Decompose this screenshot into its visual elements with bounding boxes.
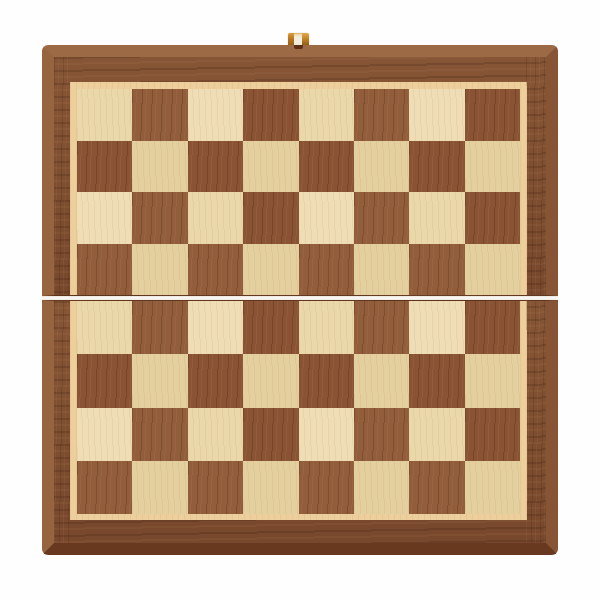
square-h4 — [465, 301, 520, 354]
square-f2 — [354, 408, 409, 461]
square-c5 — [188, 244, 243, 296]
square-a1 — [77, 461, 132, 514]
square-e7 — [299, 141, 354, 193]
latch-catch-notch — [294, 45, 303, 49]
product-photo — [0, 0, 600, 600]
square-e2 — [299, 408, 354, 461]
square-b8 — [132, 89, 187, 141]
square-b2 — [132, 408, 187, 461]
square-f4 — [354, 301, 409, 354]
board-half-bottom — [42, 300, 558, 555]
square-a6 — [77, 192, 132, 244]
square-c6 — [188, 192, 243, 244]
square-d1 — [243, 461, 298, 514]
square-a4 — [77, 301, 132, 354]
folding-chessboard — [42, 45, 558, 555]
square-d2 — [243, 408, 298, 461]
square-f7 — [354, 141, 409, 193]
square-b4 — [132, 301, 187, 354]
square-d4 — [243, 301, 298, 354]
square-d6 — [243, 192, 298, 244]
square-a8 — [77, 89, 132, 141]
square-b5 — [132, 244, 187, 296]
square-f3 — [354, 354, 409, 407]
board-grid-top — [77, 89, 520, 295]
maple-inlay-bottom — [70, 301, 527, 520]
square-c1 — [188, 461, 243, 514]
square-h1 — [465, 461, 520, 514]
square-c3 — [188, 354, 243, 407]
board-grid-bottom — [77, 301, 520, 514]
square-f8 — [354, 89, 409, 141]
square-g1 — [409, 461, 464, 514]
square-c8 — [188, 89, 243, 141]
square-g4 — [409, 301, 464, 354]
square-c7 — [188, 141, 243, 193]
square-b6 — [132, 192, 187, 244]
square-b1 — [132, 461, 187, 514]
square-c4 — [188, 301, 243, 354]
square-d5 — [243, 244, 298, 296]
maple-inlay-top — [70, 82, 527, 295]
square-g5 — [409, 244, 464, 296]
square-a7 — [77, 141, 132, 193]
square-a2 — [77, 408, 132, 461]
square-h5 — [465, 244, 520, 296]
square-e3 — [299, 354, 354, 407]
square-e4 — [299, 301, 354, 354]
square-e5 — [299, 244, 354, 296]
square-f6 — [354, 192, 409, 244]
square-a3 — [77, 354, 132, 407]
square-h8 — [465, 89, 520, 141]
square-e8 — [299, 89, 354, 141]
square-e1 — [299, 461, 354, 514]
square-b7 — [132, 141, 187, 193]
square-c2 — [188, 408, 243, 461]
square-d3 — [243, 354, 298, 407]
square-h2 — [465, 408, 520, 461]
square-g2 — [409, 408, 464, 461]
square-f5 — [354, 244, 409, 296]
square-g3 — [409, 354, 464, 407]
square-g7 — [409, 141, 464, 193]
board-half-top — [42, 45, 558, 296]
square-d8 — [243, 89, 298, 141]
square-h6 — [465, 192, 520, 244]
square-g8 — [409, 89, 464, 141]
square-f1 — [354, 461, 409, 514]
square-g6 — [409, 192, 464, 244]
square-d7 — [243, 141, 298, 193]
square-h7 — [465, 141, 520, 193]
square-e6 — [299, 192, 354, 244]
square-b3 — [132, 354, 187, 407]
square-a5 — [77, 244, 132, 296]
square-h3 — [465, 354, 520, 407]
